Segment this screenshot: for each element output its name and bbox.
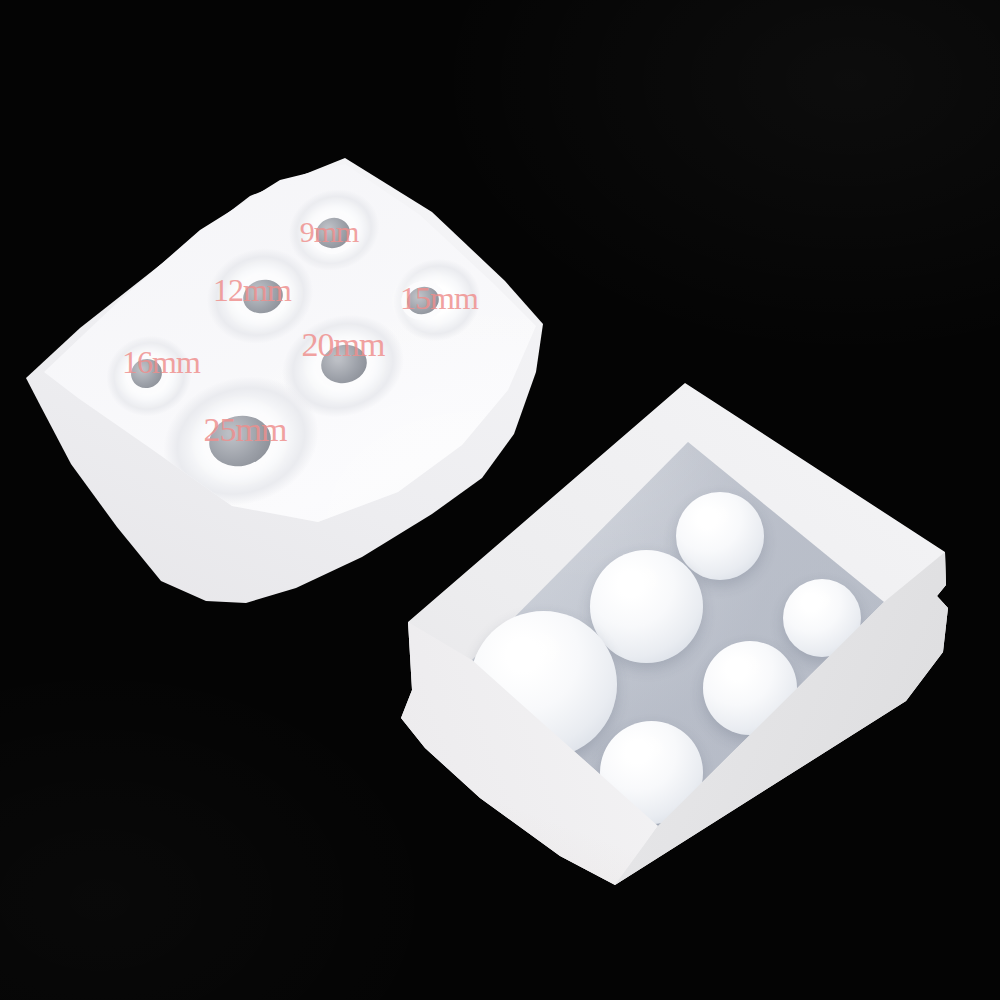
size-label-16mm: 16mm bbox=[122, 344, 200, 381]
dome-mid-left bbox=[590, 550, 703, 663]
size-label-25mm: 25mm bbox=[204, 411, 287, 449]
size-label-15mm: 15mm bbox=[400, 280, 478, 317]
dome-top bbox=[676, 492, 764, 580]
size-label-9mm: 9mm bbox=[300, 215, 359, 249]
size-label-12mm: 12mm bbox=[213, 272, 291, 309]
size-label-20mm: 20mm bbox=[302, 326, 385, 364]
product-photo: 9mm 12mm 15mm 16mm 20mm 25mm bbox=[0, 0, 1000, 1000]
